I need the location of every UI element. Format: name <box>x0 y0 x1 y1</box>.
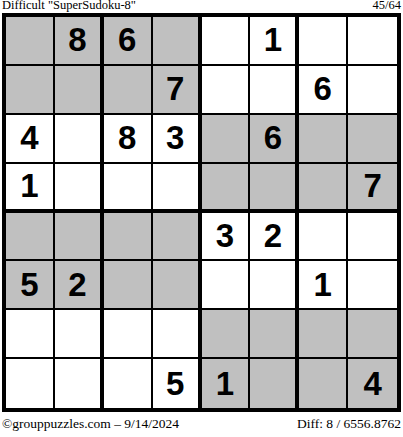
cell-r1c2: 8 <box>55 17 104 66</box>
puzzle-title: Difficult "SuperSudoku-8" <box>2 0 136 12</box>
cell-r8c1 <box>6 359 55 408</box>
footer: ©grouppuzzles.com – 9/14/2024 Diff: 8 / … <box>2 416 401 431</box>
cell-r1c8 <box>348 17 397 66</box>
cell-r2c1 <box>6 66 55 115</box>
cell-r2c2 <box>55 66 104 115</box>
cell-r3c4: 3 <box>153 115 202 164</box>
cell-r1c1 <box>6 17 55 66</box>
cell-r4c8: 7 <box>348 164 397 213</box>
cell-r5c2 <box>55 213 104 262</box>
cell-r8c8: 4 <box>348 359 397 408</box>
cell-r7c2 <box>55 310 104 359</box>
cell-r4c7 <box>299 164 348 213</box>
cell-r1c4 <box>153 17 202 66</box>
cell-r7c7 <box>299 310 348 359</box>
cell-r3c5 <box>202 115 251 164</box>
cell-r2c7: 6 <box>299 66 348 115</box>
cell-r6c2: 2 <box>55 261 104 310</box>
cell-r6c5 <box>202 261 251 310</box>
cell-r2c3 <box>104 66 153 115</box>
cell-r5c7 <box>299 213 348 262</box>
cell-r2c6 <box>250 66 299 115</box>
cell-r8c4: 5 <box>153 359 202 408</box>
cell-r6c6 <box>250 261 299 310</box>
cell-r8c2 <box>55 359 104 408</box>
cell-r3c8 <box>348 115 397 164</box>
cell-r7c8 <box>348 310 397 359</box>
cell-r4c5 <box>202 164 251 213</box>
cell-r5c1 <box>6 213 55 262</box>
cell-r4c2 <box>55 164 104 213</box>
cell-r4c4 <box>153 164 202 213</box>
sudoku-board: 8617648361732521514 <box>2 13 401 412</box>
cell-r1c7 <box>299 17 348 66</box>
cell-r3c2 <box>55 115 104 164</box>
cell-r6c7: 1 <box>299 261 348 310</box>
cell-r3c1: 4 <box>6 115 55 164</box>
cell-r2c5 <box>202 66 251 115</box>
cell-r3c3: 8 <box>104 115 153 164</box>
header: Difficult "SuperSudoku-8" 45/64 <box>2 0 401 12</box>
cell-r7c6 <box>250 310 299 359</box>
cell-r7c4 <box>153 310 202 359</box>
cell-r6c4 <box>153 261 202 310</box>
difficulty-rating: Diff: 8 / 6556.8762 <box>297 416 401 431</box>
cell-r7c5 <box>202 310 251 359</box>
cell-r8c5: 1 <box>202 359 251 408</box>
cell-r7c3 <box>104 310 153 359</box>
cell-r6c1: 5 <box>6 261 55 310</box>
cell-r2c8 <box>348 66 397 115</box>
cell-r6c3 <box>104 261 153 310</box>
cell-r1c5 <box>202 17 251 66</box>
cell-r4c3 <box>104 164 153 213</box>
empty-cell-counter: 45/64 <box>373 0 401 12</box>
cell-r5c6: 2 <box>250 213 299 262</box>
cell-r1c6: 1 <box>250 17 299 66</box>
cell-r8c3 <box>104 359 153 408</box>
cell-r5c3 <box>104 213 153 262</box>
cell-r4c1: 1 <box>6 164 55 213</box>
cell-r5c5: 3 <box>202 213 251 262</box>
cell-r3c6: 6 <box>250 115 299 164</box>
cell-r8c7 <box>299 359 348 408</box>
cell-r2c4: 7 <box>153 66 202 115</box>
cell-r7c1 <box>6 310 55 359</box>
copyright-date: ©grouppuzzles.com – 9/14/2024 <box>2 416 179 431</box>
cell-r6c8 <box>348 261 397 310</box>
cell-r5c4 <box>153 213 202 262</box>
cell-r1c3: 6 <box>104 17 153 66</box>
cell-r4c6 <box>250 164 299 213</box>
cell-r3c7 <box>299 115 348 164</box>
cell-r8c6 <box>250 359 299 408</box>
cell-r5c8 <box>348 213 397 262</box>
